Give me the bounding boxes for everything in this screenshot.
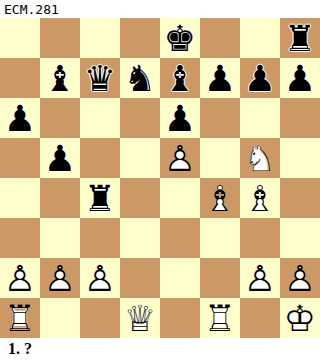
black-pawn-piece[interactable]: ♟ [40, 138, 80, 178]
square-a1[interactable]: ♜♖ [0, 298, 40, 338]
square-d5[interactable] [120, 138, 160, 178]
square-b2[interactable]: ♟♙ [40, 258, 80, 298]
black-rook-icon: ♜ [280, 18, 320, 58]
square-h8[interactable]: ♜ [280, 18, 320, 58]
square-d1[interactable]: ♛♕ [120, 298, 160, 338]
black-pawn-piece[interactable]: ♟ [0, 98, 40, 138]
black-pawn-icon: ♟ [240, 58, 280, 98]
black-pawn-piece[interactable]: ♟ [200, 58, 240, 98]
black-bishop-icon: ♝ [40, 58, 80, 98]
white-pawn-piece[interactable]: ♟♙ [0, 258, 40, 298]
chess-board: ♚♜♝♛♞♝♟♟♟♟♟♟♟♙♞♘♜♝♗♝♗♟♙♟♙♟♙♟♙♟♙♜♖♛♕♜♖♚♔ [0, 18, 320, 338]
white-pawn-outline-icon: ♙ [0, 258, 40, 298]
black-bishop-piece[interactable]: ♝ [160, 58, 200, 98]
black-pawn-icon: ♟ [200, 58, 240, 98]
black-pawn-piece[interactable]: ♟ [160, 98, 200, 138]
black-king-icon: ♚ [160, 18, 200, 58]
black-pawn-piece[interactable]: ♟ [280, 58, 320, 98]
white-pawn-piece[interactable]: ♟♙ [160, 138, 200, 178]
square-d3[interactable] [120, 218, 160, 258]
square-d6[interactable] [120, 98, 160, 138]
square-a8[interactable] [0, 18, 40, 58]
white-bishop-piece[interactable]: ♝♗ [200, 178, 240, 218]
square-c1[interactable] [80, 298, 120, 338]
white-king-piece[interactable]: ♚♔ [280, 298, 320, 338]
chess-diagram: ECM.281 ♚♜♝♛♞♝♟♟♟♟♟♟♟♙♞♘♜♝♗♝♗♟♙♟♙♟♙♟♙♟♙♜… [0, 0, 320, 360]
square-g3[interactable] [240, 218, 280, 258]
square-e5[interactable]: ♟♙ [160, 138, 200, 178]
square-g1[interactable] [240, 298, 280, 338]
square-c2[interactable]: ♟♙ [80, 258, 120, 298]
black-rook-piece[interactable]: ♜ [80, 178, 120, 218]
square-a4[interactable] [0, 178, 40, 218]
square-a3[interactable] [0, 218, 40, 258]
diagram-title: ECM.281 [0, 2, 59, 17]
square-e4[interactable] [160, 178, 200, 218]
square-e1[interactable] [160, 298, 200, 338]
white-queen-outline-icon: ♕ [120, 298, 160, 338]
white-pawn-piece[interactable]: ♟♙ [40, 258, 80, 298]
square-a6[interactable]: ♟ [0, 98, 40, 138]
square-g7[interactable]: ♟ [240, 58, 280, 98]
black-bishop-piece[interactable]: ♝ [40, 58, 80, 98]
square-h3[interactable] [280, 218, 320, 258]
square-b6[interactable] [40, 98, 80, 138]
white-pawn-outline-icon: ♙ [240, 258, 280, 298]
square-d7[interactable]: ♞ [120, 58, 160, 98]
white-pawn-piece[interactable]: ♟♙ [80, 258, 120, 298]
square-f3[interactable] [200, 218, 240, 258]
white-rook-piece[interactable]: ♜♖ [0, 298, 40, 338]
diagram-footer: 1. ? [0, 338, 320, 360]
square-h5[interactable] [280, 138, 320, 178]
white-pawn-outline-icon: ♙ [160, 138, 200, 178]
square-h4[interactable] [280, 178, 320, 218]
black-queen-icon: ♛ [80, 58, 120, 98]
square-f5[interactable] [200, 138, 240, 178]
square-f6[interactable] [200, 98, 240, 138]
square-c4[interactable]: ♜ [80, 178, 120, 218]
white-rook-piece[interactable]: ♜♖ [200, 298, 240, 338]
black-queen-piece[interactable]: ♛ [80, 58, 120, 98]
white-rook-outline-icon: ♖ [0, 298, 40, 338]
white-bishop-piece[interactable]: ♝♗ [240, 178, 280, 218]
square-h7[interactable]: ♟ [280, 58, 320, 98]
square-c3[interactable] [80, 218, 120, 258]
square-f1[interactable]: ♜♖ [200, 298, 240, 338]
black-knight-icon: ♞ [120, 58, 160, 98]
white-queen-piece[interactable]: ♛♕ [120, 298, 160, 338]
diagram-header: ECM.281 [0, 0, 320, 18]
square-g6[interactable] [240, 98, 280, 138]
square-c8[interactable] [80, 18, 120, 58]
square-g5[interactable]: ♞♘ [240, 138, 280, 178]
square-a7[interactable] [0, 58, 40, 98]
square-c5[interactable] [80, 138, 120, 178]
white-pawn-outline-icon: ♙ [80, 258, 120, 298]
black-pawn-icon: ♟ [160, 98, 200, 138]
black-knight-piece[interactable]: ♞ [120, 58, 160, 98]
black-pawn-icon: ♟ [0, 98, 40, 138]
square-h6[interactable] [280, 98, 320, 138]
white-rook-outline-icon: ♖ [200, 298, 240, 338]
square-g2[interactable]: ♟♙ [240, 258, 280, 298]
square-f7[interactable]: ♟ [200, 58, 240, 98]
square-a2[interactable]: ♟♙ [0, 258, 40, 298]
square-d8[interactable] [120, 18, 160, 58]
square-f8[interactable] [200, 18, 240, 58]
white-pawn-piece[interactable]: ♟♙ [240, 258, 280, 298]
black-pawn-piece[interactable]: ♟ [240, 58, 280, 98]
black-bishop-icon: ♝ [160, 58, 200, 98]
square-f2[interactable] [200, 258, 240, 298]
square-h1[interactable]: ♚♔ [280, 298, 320, 338]
square-b7[interactable]: ♝ [40, 58, 80, 98]
square-b4[interactable] [40, 178, 80, 218]
white-pawn-outline-icon: ♙ [280, 258, 320, 298]
white-pawn-outline-icon: ♙ [40, 258, 80, 298]
white-knight-outline-icon: ♘ [240, 138, 280, 178]
square-f4[interactable]: ♝♗ [200, 178, 240, 218]
black-rook-icon: ♜ [80, 178, 120, 218]
black-king-piece[interactable]: ♚ [160, 18, 200, 58]
square-d2[interactable] [120, 258, 160, 298]
square-e7[interactable]: ♝ [160, 58, 200, 98]
square-c6[interactable] [80, 98, 120, 138]
square-b5[interactable]: ♟ [40, 138, 80, 178]
square-g8[interactable] [240, 18, 280, 58]
square-b3[interactable] [40, 218, 80, 258]
square-b1[interactable] [40, 298, 80, 338]
square-g4[interactable]: ♝♗ [240, 178, 280, 218]
square-c7[interactable]: ♛ [80, 58, 120, 98]
square-e2[interactable] [160, 258, 200, 298]
black-rook-piece[interactable]: ♜ [280, 18, 320, 58]
square-e6[interactable]: ♟ [160, 98, 200, 138]
square-a5[interactable] [0, 138, 40, 178]
white-knight-piece[interactable]: ♞♘ [240, 138, 280, 178]
white-king-outline-icon: ♔ [280, 298, 320, 338]
white-bishop-outline-icon: ♗ [200, 178, 240, 218]
white-bishop-outline-icon: ♗ [240, 178, 280, 218]
square-d4[interactable] [120, 178, 160, 218]
white-pawn-piece[interactable]: ♟♙ [280, 258, 320, 298]
square-e3[interactable] [160, 218, 200, 258]
black-pawn-icon: ♟ [280, 58, 320, 98]
square-b8[interactable] [40, 18, 80, 58]
move-prompt: 1. ? [0, 340, 32, 358]
square-e8[interactable]: ♚ [160, 18, 200, 58]
black-pawn-icon: ♟ [40, 138, 80, 178]
square-h2[interactable]: ♟♙ [280, 258, 320, 298]
